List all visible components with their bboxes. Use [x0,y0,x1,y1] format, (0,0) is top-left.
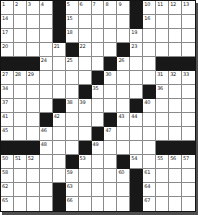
cell-r12c11[interactable]: 54 [130,155,143,169]
cell-r8c14[interactable] [169,99,182,113]
clue-number-15: 15 [67,15,73,21]
clue-number-50: 50 [2,155,8,161]
black-cell-r14c5 [53,183,66,197]
clue-number-27: 27 [2,71,8,77]
clue-number-24: 24 [41,57,47,63]
cell-r1c4[interactable]: 4 [40,1,53,15]
cell-r6c13[interactable]: 31 [156,71,169,85]
cell-r3c8[interactable] [92,29,105,43]
black-cell-r11c3 [27,141,40,155]
clue-number-1: 1 [2,1,5,7]
black-cell-r9c9 [104,113,117,127]
black-cell-r1c5 [53,1,66,15]
cell-r12c13[interactable]: 55 [156,155,169,169]
clue-number-7: 7 [93,1,96,7]
cell-r10c13[interactable] [156,127,169,141]
cell-r10c12[interactable] [143,127,156,141]
black-cell-r14c11 [130,183,143,197]
cell-r4c15[interactable] [182,43,195,57]
cell-r15c12[interactable]: 67 [143,197,156,211]
cell-r2c4[interactable] [40,15,53,29]
cell-r15c4[interactable] [40,197,53,211]
clue-number-2: 2 [15,1,18,7]
cell-r15c15[interactable] [182,197,195,211]
black-cell-r5c9 [104,57,117,71]
clue-number-18: 18 [67,29,73,35]
cell-r13c4[interactable] [40,169,53,183]
clue-number-22: 22 [80,43,86,49]
cell-r12c4[interactable] [40,155,53,169]
cell-r3c15[interactable] [182,29,195,43]
cell-r13c7[interactable] [79,169,92,183]
clue-number-45: 45 [2,127,8,133]
cell-r9c6[interactable] [66,113,79,127]
clue-number-12: 12 [170,1,176,7]
cell-r4c5[interactable]: 21 [53,43,66,57]
cell-r7c9[interactable] [104,85,117,99]
cell-r11c5[interactable] [53,141,66,155]
cell-r7c10[interactable] [117,85,130,99]
cell-r8c13[interactable] [156,99,169,113]
black-cell-r5c13 [156,57,169,71]
black-cell-r8c11 [130,99,143,113]
cell-r1c14[interactable]: 12 [169,1,182,15]
black-cell-r5c3 [27,57,40,71]
cell-r11c4[interactable]: 48 [40,141,53,155]
cell-r3c7[interactable] [79,29,92,43]
cell-r13c15[interactable] [182,169,195,183]
cell-r9c15[interactable] [182,113,195,127]
cell-r5c10[interactable]: 26 [117,57,130,71]
cell-r3c4[interactable] [40,29,53,43]
cell-r1c7[interactable]: 6 [79,1,92,15]
cell-r4c13[interactable] [156,43,169,57]
clue-number-59: 59 [67,169,73,175]
cell-r9c13[interactable] [156,113,169,127]
cell-r7c13[interactable]: 36 [156,85,169,99]
cell-r11c9[interactable] [104,141,117,155]
cell-r5c4[interactable]: 24 [40,57,53,71]
cell-r10c14[interactable] [169,127,182,141]
cell-r2c6[interactable]: 15 [66,15,79,29]
cell-r11c6[interactable] [66,141,79,155]
cell-r6c2[interactable]: 28 [14,71,27,85]
clue-number-26: 26 [118,57,124,63]
clue-number-55: 55 [157,155,163,161]
cell-r14c3[interactable] [27,183,40,197]
cell-r10c15[interactable] [182,127,195,141]
black-cell-r10c8 [92,127,105,141]
cell-r14c7[interactable] [79,183,92,197]
cell-r14c15[interactable] [182,183,195,197]
cell-r11c8[interactable]: 49 [92,141,105,155]
black-cell-r8c5 [53,99,66,113]
cell-r10c10[interactable] [117,127,130,141]
cell-r10c9[interactable]: 47 [104,127,117,141]
clue-number-9: 9 [118,1,121,7]
black-cell-r12c10 [117,155,130,169]
clue-number-43: 43 [118,113,124,119]
black-cell-r11c13 [156,141,169,155]
clue-number-29: 29 [28,71,34,77]
clue-number-25: 25 [67,57,73,63]
cell-r9c10[interactable]: 43 [117,113,130,127]
clue-number-30: 30 [105,71,111,77]
cell-r9c14[interactable] [169,113,182,127]
clue-number-61: 61 [144,169,150,175]
cell-r1c8[interactable]: 7 [92,1,105,15]
cell-r3c10[interactable] [117,29,130,43]
cell-r13c8[interactable] [92,169,105,183]
cell-r7c8[interactable]: 35 [92,85,105,99]
cell-r15c14[interactable] [169,197,182,211]
cell-r2c7[interactable] [79,15,92,29]
cell-r5c7[interactable] [79,57,92,71]
cell-r15c3[interactable] [27,197,40,211]
clue-number-54: 54 [131,155,137,161]
cell-r2c9[interactable] [104,15,117,29]
cell-r3c6[interactable]: 18 [66,29,79,43]
clue-number-35: 35 [93,85,99,91]
cell-r7c15[interactable] [182,85,195,99]
cell-r7c11[interactable] [130,85,143,99]
clue-number-67: 67 [144,197,150,203]
black-cell-r12c6 [66,155,79,169]
clue-number-49: 49 [93,141,99,147]
cell-r8c4[interactable] [40,99,53,113]
cell-r5c11[interactable] [130,57,143,71]
cell-r1c3[interactable]: 3 [27,1,40,15]
cell-r12c7[interactable]: 53 [79,155,92,169]
cell-r7c2[interactable] [14,85,27,99]
clue-number-56: 56 [170,155,176,161]
black-cell-r5c2 [14,57,27,71]
clue-number-19: 19 [131,29,137,35]
cell-r4c14[interactable] [169,43,182,57]
cell-r14c13[interactable] [156,183,169,197]
black-cell-r5c1 [1,57,14,71]
cell-r9c2[interactable] [14,113,27,127]
cell-r12c3[interactable]: 52 [27,155,40,169]
cell-r2c1[interactable]: 14 [1,15,14,29]
cell-r9c5[interactable]: 42 [53,113,66,127]
clue-number-60: 60 [118,169,124,175]
black-cell-r11c15 [182,141,195,155]
cell-r12c9[interactable] [104,155,117,169]
cell-r7c4[interactable] [40,85,53,99]
cell-r8c12[interactable]: 40 [143,99,156,113]
cell-r14c6[interactable]: 63 [66,183,79,197]
cell-r8c3[interactable] [27,99,40,113]
cell-r7c1[interactable]: 34 [1,85,14,99]
cell-r10c1[interactable]: 45 [1,127,14,141]
clue-number-42: 42 [54,113,60,119]
cell-r2c8[interactable] [92,15,105,29]
cell-r10c5[interactable] [53,127,66,141]
cell-r10c3[interactable] [27,127,40,141]
cell-r1c13[interactable]: 11 [156,1,169,15]
cell-r3c12[interactable] [143,29,156,43]
cell-r2c12[interactable]: 16 [143,15,156,29]
cell-r4c11[interactable]: 23 [130,43,143,57]
cell-r9c1[interactable]: 41 [1,113,14,127]
cell-r10c4[interactable]: 46 [40,127,53,141]
clue-number-28: 28 [15,71,21,77]
black-cell-r15c5 [53,197,66,211]
clue-number-53: 53 [80,155,86,161]
clue-number-44: 44 [131,113,137,119]
cell-r10c7[interactable] [79,127,92,141]
clue-number-5: 5 [67,1,70,7]
black-cell-r15c11 [130,197,143,211]
black-cell-r7c7 [79,85,92,99]
cell-r11c11[interactable] [130,141,143,155]
cell-r15c10[interactable] [117,197,130,211]
black-cell-r7c12 [143,85,156,99]
clue-number-38: 38 [67,99,73,105]
cell-r7c5[interactable] [53,85,66,99]
cell-r15c1[interactable]: 65 [1,197,14,211]
black-cell-r9c4 [40,113,53,127]
cell-r14c12[interactable]: 64 [143,183,156,197]
clue-number-62: 62 [2,183,8,189]
cell-r8c1[interactable]: 37 [1,99,14,113]
cell-r7c14[interactable] [169,85,182,99]
black-cell-r4c10 [117,43,130,57]
clue-number-34: 34 [2,85,8,91]
cell-r15c7[interactable] [79,197,92,211]
clue-number-46: 46 [41,127,47,133]
cell-r10c6[interactable] [66,127,79,141]
black-cell-r5c14 [169,57,182,71]
clue-number-3: 3 [28,1,31,7]
black-cell-r13c11 [130,169,143,183]
clue-number-8: 8 [105,1,108,7]
cell-r12c5[interactable] [53,155,66,169]
cell-r8c2[interactable] [14,99,27,113]
cell-r6c6[interactable] [66,71,79,85]
clue-number-14: 14 [2,15,8,21]
cell-r2c2[interactable] [14,15,27,29]
cell-r2c10[interactable] [117,15,130,29]
black-cell-r3c5 [53,29,66,43]
cell-r13c3[interactable] [27,169,40,183]
cell-r3c3[interactable] [27,29,40,43]
black-cell-r11c7 [79,141,92,155]
cell-r4c1[interactable]: 20 [1,43,14,57]
cell-r14c1[interactable]: 62 [1,183,14,197]
cell-r14c10[interactable] [117,183,130,197]
cell-r12c14[interactable]: 56 [169,155,182,169]
cell-r3c13[interactable] [156,29,169,43]
cell-r4c9[interactable] [104,43,117,57]
cell-r2c15[interactable] [182,15,195,29]
cell-r4c4[interactable] [40,43,53,57]
clue-number-58: 58 [2,169,8,175]
clue-number-32: 32 [170,71,176,77]
clue-number-66: 66 [67,197,73,203]
cell-r1c2[interactable]: 2 [14,1,27,15]
cell-r1c9[interactable]: 8 [104,1,117,15]
cell-r15c2[interactable] [14,197,27,211]
cell-r9c12[interactable] [143,113,156,127]
cell-r7c6[interactable] [66,85,79,99]
cell-r1c10[interactable]: 9 [117,1,130,15]
cell-r6c9[interactable]: 30 [104,71,117,85]
cell-r4c2[interactable] [14,43,27,57]
cell-r6c11[interactable] [130,71,143,85]
cell-r11c10[interactable] [117,141,130,155]
cell-r8c9[interactable] [104,99,117,113]
cell-r12c15[interactable]: 57 [182,155,195,169]
cell-r15c8[interactable] [92,197,105,211]
clue-number-23: 23 [131,43,137,49]
clue-number-39: 39 [80,99,86,105]
black-cell-r11c14 [169,141,182,155]
cell-r13c2[interactable] [14,169,27,183]
cell-r11c12[interactable] [143,141,156,155]
cell-r13c10[interactable]: 60 [117,169,130,183]
cell-r9c7[interactable] [79,113,92,127]
cell-r13c6[interactable]: 59 [66,169,79,183]
cell-r1c6[interactable]: 5 [66,1,79,15]
black-cell-r11c2 [14,141,27,155]
cell-r15c6[interactable]: 66 [66,197,79,211]
clue-number-37: 37 [2,99,8,105]
cell-r6c14[interactable]: 32 [169,71,182,85]
cell-r4c7[interactable]: 22 [79,43,92,57]
cell-r13c1[interactable]: 58 [1,169,14,183]
black-cell-r6c8 [92,71,105,85]
clue-number-31: 31 [157,71,163,77]
cell-r6c5[interactable] [53,71,66,85]
cell-r15c13[interactable] [156,197,169,211]
cell-r13c13[interactable] [156,169,169,183]
clue-number-51: 51 [15,155,21,161]
cell-r2c13[interactable] [156,15,169,29]
cell-r14c4[interactable] [40,183,53,197]
cell-r6c12[interactable] [143,71,156,85]
cell-r4c8[interactable] [92,43,105,57]
clue-number-41: 41 [2,113,8,119]
cell-r6c3[interactable]: 29 [27,71,40,85]
cell-r10c11[interactable] [130,127,143,141]
clue-number-47: 47 [105,127,111,133]
cell-r6c4[interactable] [40,71,53,85]
clue-number-10: 10 [144,1,150,7]
cell-r2c14[interactable] [169,15,182,29]
clue-number-40: 40 [144,99,150,105]
clue-number-48: 48 [41,141,47,147]
clue-number-16: 16 [144,15,150,21]
crossword-grid: 1234567891011121314151617181920212223242… [0,0,196,212]
cell-r8c15[interactable] [182,99,195,113]
cell-r13c5[interactable] [53,169,66,183]
cell-r13c9[interactable] [104,169,117,183]
black-cell-r2c11 [130,15,143,29]
black-cell-r2c5 [53,15,66,29]
cell-r14c2[interactable] [14,183,27,197]
cell-r12c12[interactable] [143,155,156,169]
black-cell-r1c11 [130,1,143,15]
cell-r1c12[interactable]: 10 [143,1,156,15]
cell-r6c1[interactable]: 27 [1,71,14,85]
cell-r14c9[interactable] [104,183,117,197]
cell-r5c12[interactable] [143,57,156,71]
cell-r9c3[interactable] [27,113,40,127]
cell-r12c8[interactable] [92,155,105,169]
cell-r1c15[interactable]: 13 [182,1,195,15]
cell-r3c14[interactable] [169,29,182,43]
clue-number-4: 4 [41,1,44,7]
clue-number-20: 20 [2,43,8,49]
cell-r1c1[interactable]: 1 [1,1,14,15]
cell-r8c8[interactable] [92,99,105,113]
cell-r13c12[interactable]: 61 [143,169,156,183]
cell-r3c2[interactable] [14,29,27,43]
cell-r12c2[interactable]: 51 [14,155,27,169]
cell-r3c9[interactable] [104,29,117,43]
clue-number-36: 36 [157,85,163,91]
cell-r9c11[interactable]: 44 [130,113,143,127]
clue-number-11: 11 [157,1,163,7]
cell-r12c1[interactable]: 50 [1,155,14,169]
clue-number-6: 6 [80,1,83,7]
cell-r8c7[interactable]: 39 [79,99,92,113]
cell-r6c7[interactable] [79,71,92,85]
cell-r5c5[interactable] [53,57,66,71]
cell-r8c10[interactable] [117,99,130,113]
clue-number-57: 57 [183,155,189,161]
cell-r15c9[interactable] [104,197,117,211]
clue-number-65: 65 [2,197,8,203]
cell-r3c11[interactable]: 19 [130,29,143,43]
clue-number-17: 17 [2,29,8,35]
cell-r8c6[interactable]: 38 [66,99,79,113]
cell-r14c8[interactable] [92,183,105,197]
clue-number-13: 13 [183,1,189,7]
cell-r3c1[interactable]: 17 [1,29,14,43]
cell-r5c8[interactable] [92,57,105,71]
cell-r14c14[interactable] [169,183,182,197]
cell-r13c14[interactable] [169,169,182,183]
cell-r4c3[interactable] [27,43,40,57]
crossword-puzzle: 1234567891011121314151617181920212223242… [0,0,198,215]
cell-r10c2[interactable] [14,127,27,141]
clue-number-64: 64 [144,183,150,189]
clue-number-33: 33 [183,71,189,77]
cell-r5c6[interactable]: 25 [66,57,79,71]
black-cell-r4c6 [66,43,79,57]
cell-r6c10[interactable] [117,71,130,85]
cell-r6c15[interactable]: 33 [182,71,195,85]
black-cell-r11c1 [1,141,14,155]
clue-number-52: 52 [28,155,34,161]
black-cell-r5c15 [182,57,195,71]
cell-r4c12[interactable] [143,43,156,57]
clue-number-63: 63 [67,183,73,189]
cell-r9c8[interactable] [92,113,105,127]
cell-r7c3[interactable] [27,85,40,99]
cell-r2c3[interactable] [27,15,40,29]
clue-number-21: 21 [54,43,60,49]
